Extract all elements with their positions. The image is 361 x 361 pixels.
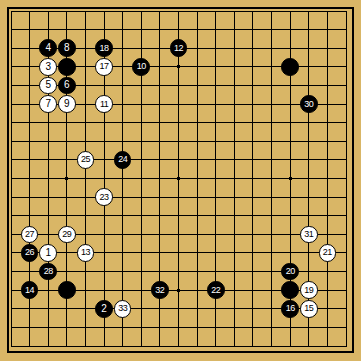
move-number-label: 4 (45, 43, 51, 53)
move-number-label: 15 (304, 304, 313, 313)
stone-move-12[interactable]: 12 (170, 39, 188, 57)
grid-line-vertical (252, 11, 253, 347)
hoshi-point (177, 177, 180, 180)
grid-line-vertical (271, 11, 272, 347)
move-number-label: 26 (25, 248, 34, 257)
stone-move-26[interactable]: 26 (21, 244, 39, 262)
stone-move-6[interactable]: 6 (58, 77, 76, 95)
stone-move-22[interactable]: 22 (207, 281, 225, 299)
move-number-label: 12 (174, 43, 183, 52)
move-number-label: 7 (45, 99, 51, 109)
stone-move-28[interactable]: 28 (39, 263, 57, 281)
move-number-label: 31 (304, 229, 313, 238)
move-number-label: 25 (81, 155, 90, 164)
move-number-label: 9 (64, 99, 70, 109)
move-number-label: 13 (81, 248, 90, 257)
hoshi-point (177, 289, 180, 292)
move-number-label: 19 (304, 285, 313, 294)
stone-move-14[interactable]: 14 (21, 281, 39, 299)
grid-line-horizontal (11, 327, 347, 328)
move-number-label: 3 (45, 61, 51, 71)
go-board[interactable]: 1234567891011121314151617181920212223242… (0, 0, 361, 361)
stone-move-5[interactable]: 5 (39, 77, 57, 95)
stone-move-15[interactable]: 15 (300, 300, 318, 318)
stone-move-23[interactable]: 23 (95, 188, 113, 206)
move-number-label: 10 (137, 62, 146, 71)
stone-move-27[interactable]: 27 (21, 226, 39, 244)
hoshi-point (177, 65, 180, 68)
stone-move-16[interactable]: 16 (281, 300, 299, 318)
stone-move-13[interactable]: 13 (77, 244, 95, 262)
move-number-label: 28 (44, 267, 53, 276)
grid-line-vertical (197, 11, 198, 347)
stone-move-3[interactable]: 3 (39, 58, 57, 76)
stone-move-10[interactable]: 10 (132, 58, 150, 76)
stone-move-8[interactable]: 8 (58, 39, 76, 57)
stone-handicap[interactable] (281, 58, 299, 76)
hoshi-point (65, 177, 68, 180)
stone-move-4[interactable]: 4 (39, 39, 57, 57)
stone-move-1[interactable]: 1 (39, 244, 57, 262)
stone-move-7[interactable]: 7 (39, 95, 57, 113)
move-number-label: 24 (118, 155, 127, 164)
go-diagram: 1234567891011121314151617181920212223242… (0, 0, 361, 361)
move-number-label: 8 (64, 43, 70, 53)
move-number-label: 22 (211, 285, 220, 294)
hoshi-point (289, 177, 292, 180)
move-number-label: 33 (118, 304, 127, 313)
move-number-label: 1 (45, 247, 51, 257)
move-number-label: 18 (100, 43, 109, 52)
move-number-label: 21 (323, 248, 332, 257)
stone-move-11[interactable]: 11 (95, 95, 113, 113)
grid-line-horizontal (11, 197, 347, 198)
stone-move-9[interactable]: 9 (58, 95, 76, 113)
grid-line-horizontal (11, 252, 347, 253)
grid-line-vertical (346, 11, 347, 347)
stone-move-24[interactable]: 24 (114, 151, 132, 169)
stone-move-21[interactable]: 21 (319, 244, 337, 262)
move-number-label: 29 (62, 229, 71, 238)
stone-move-29[interactable]: 29 (58, 226, 76, 244)
stone-move-20[interactable]: 20 (281, 263, 299, 281)
stone-move-30[interactable]: 30 (300, 95, 318, 113)
move-number-label: 23 (100, 192, 109, 201)
grid-line-horizontal (11, 346, 347, 347)
move-number-label: 6 (64, 80, 70, 90)
stone-move-31[interactable]: 31 (300, 226, 318, 244)
stone-handicap[interactable] (58, 281, 76, 299)
grid-line-horizontal (11, 215, 347, 216)
stone-move-19[interactable]: 19 (300, 281, 318, 299)
stone-move-17[interactable]: 17 (95, 58, 113, 76)
move-number-label: 5 (45, 80, 51, 90)
move-number-label: 16 (286, 304, 295, 313)
move-number-label: 32 (155, 285, 164, 294)
grid-line-vertical (327, 11, 328, 347)
stone-handicap[interactable] (58, 58, 76, 76)
move-number-label: 30 (304, 99, 313, 108)
grid-line-vertical (234, 11, 235, 347)
move-number-label: 14 (25, 285, 34, 294)
stone-move-18[interactable]: 18 (95, 39, 113, 57)
stone-move-33[interactable]: 33 (114, 300, 132, 318)
move-number-label: 11 (100, 99, 108, 108)
stone-move-25[interactable]: 25 (77, 151, 95, 169)
move-number-label: 2 (101, 303, 107, 313)
move-number-label: 17 (100, 62, 109, 71)
stone-move-32[interactable]: 32 (151, 281, 169, 299)
move-number-label: 20 (286, 267, 295, 276)
stone-move-2[interactable]: 2 (95, 300, 113, 318)
move-number-label: 27 (25, 229, 34, 238)
stone-handicap[interactable] (281, 281, 299, 299)
